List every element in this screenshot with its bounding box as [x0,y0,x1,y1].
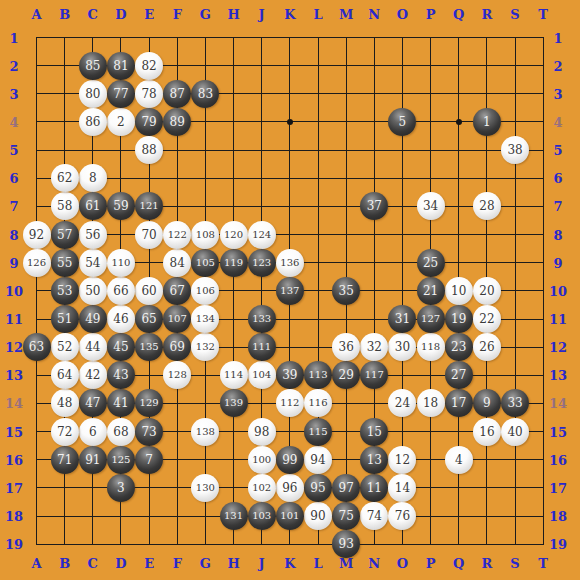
stone-117: 117 [360,361,388,389]
stone-74: 74 [360,502,388,530]
stone-1: 1 [473,108,501,136]
stone-113: 113 [304,361,332,389]
stone-58: 58 [51,192,79,220]
col-label-bottom: L [313,556,322,571]
col-label-top: K [284,7,295,22]
stone-number: 115 [308,427,327,437]
stone-41: 41 [107,389,135,417]
stone-122: 122 [163,221,191,249]
row-label-right: 3 [553,86,562,101]
row-label-right: 7 [553,199,562,214]
stone-126: 126 [23,249,51,277]
col-label-bottom: J [259,556,265,571]
stone-124: 124 [248,221,276,249]
row-label-right: 11 [549,312,567,327]
stone-number: 31 [395,313,410,325]
stone-number: 43 [113,369,128,381]
stone-number: 79 [141,116,156,128]
stone-number: 75 [339,510,354,522]
col-label-bottom: D [115,556,126,571]
stone-number: 72 [57,426,72,438]
col-label-top: P [426,7,436,22]
stone-61: 61 [79,192,107,220]
row-label-right: 16 [549,452,567,467]
stone-138: 138 [191,418,219,446]
stone-3: 3 [107,474,135,502]
stone-number: 57 [57,229,72,241]
stone-number: 53 [57,285,72,297]
stone-96: 96 [276,474,304,502]
row-label-left: 2 [9,58,18,73]
col-label-bottom: B [59,556,70,571]
stone-number: 128 [168,370,187,380]
stone-number: 8 [89,172,97,184]
stone-45: 45 [107,333,135,361]
stone-number: 117 [365,370,384,380]
stone-number: 91 [85,454,100,466]
row-label-right: 4 [553,114,562,129]
stone-132: 132 [191,333,219,361]
col-label-top: M [339,7,353,22]
stone-number: 104 [252,370,271,380]
row-label-right: 19 [549,537,567,552]
col-label-top: T [538,7,548,22]
stone-29: 29 [332,361,360,389]
stone-53: 53 [51,277,79,305]
stone-number: 126 [27,258,46,268]
row-label-right: 5 [553,143,562,158]
stone-number: 99 [282,454,297,466]
stone-number: 25 [423,257,438,269]
stone-number: 14 [395,482,410,494]
stone-number: 130 [196,483,215,493]
stone-127: 127 [417,305,445,333]
stone-number: 96 [282,482,297,494]
stone-number: 12 [395,454,410,466]
stone-number: 102 [252,483,271,493]
col-label-bottom: F [173,556,182,571]
stone-10: 10 [445,277,473,305]
stone-66: 66 [107,277,135,305]
stone-6: 6 [79,418,107,446]
stone-number: 22 [479,313,494,325]
col-label-top: A [31,7,41,22]
stone-65: 65 [135,305,163,333]
stone-number: 45 [113,341,128,353]
stone-number: 34 [423,200,438,212]
stone-number: 62 [57,172,72,184]
stone-number: 135 [140,342,159,352]
col-label-bottom: Q [453,556,464,571]
row-label-left: 3 [9,86,18,101]
stone-129: 129 [135,389,163,417]
row-label-right: 1 [553,30,562,45]
stone-number: 129 [140,398,159,408]
stone-68: 68 [107,418,135,446]
stone-number: 19 [451,313,466,325]
row-label-left: 7 [9,199,18,214]
row-label-right: 2 [553,58,562,73]
stone-77: 77 [107,80,135,108]
row-label-left: 12 [5,340,23,355]
stone-28: 28 [473,192,501,220]
stone-134: 134 [191,305,219,333]
stone-number: 139 [224,398,243,408]
col-label-top: L [313,7,322,22]
stone-number: 48 [57,397,72,409]
stone-4: 4 [445,446,473,474]
stone-76: 76 [388,502,416,530]
stone-62: 62 [51,164,79,192]
stone-43: 43 [107,361,135,389]
stone-number: 60 [141,285,156,297]
stone-number: 83 [198,88,213,100]
stone-number: 137 [280,286,299,296]
stone-number: 49 [85,313,100,325]
stone-116: 116 [304,389,332,417]
stone-70: 70 [135,221,163,249]
row-label-right: 17 [549,480,567,495]
stone-64: 64 [51,361,79,389]
col-label-top: G [200,7,211,22]
row-label-left: 4 [9,114,18,129]
stone-number: 127 [421,314,440,324]
stone-23: 23 [445,333,473,361]
row-label-left: 6 [9,171,18,186]
stone-number: 124 [252,230,271,240]
stone-139: 139 [220,389,248,417]
stone-number: 30 [395,341,410,353]
row-label-right: 15 [549,424,567,439]
stone-51: 51 [51,305,79,333]
stone-number: 17 [451,397,466,409]
stone-number: 32 [367,341,382,353]
stone-44: 44 [79,333,107,361]
stone-118: 118 [417,333,445,361]
stone-number: 13 [367,454,382,466]
stone-108: 108 [191,221,219,249]
row-label-right: 18 [549,509,567,524]
col-label-top: F [173,7,182,22]
col-label-bottom: G [200,556,211,571]
stone-20: 20 [473,277,501,305]
stone-number: 81 [113,60,128,72]
stone-number: 39 [282,369,297,381]
stone-number: 69 [170,341,185,353]
stone-number: 21 [423,285,438,297]
stone-121: 121 [135,192,163,220]
stone-56: 56 [79,221,107,249]
stone-7: 7 [135,446,163,474]
col-label-top: J [259,7,265,22]
stone-number: 4 [455,454,463,466]
stone-80: 80 [79,80,107,108]
stone-25: 25 [417,249,445,277]
stone-number: 125 [111,455,130,465]
stone-24: 24 [388,389,416,417]
stone-95: 95 [304,474,332,502]
stone-135: 135 [135,333,163,361]
stone-number: 106 [196,286,215,296]
row-label-left: 11 [5,312,23,327]
stone-number: 33 [507,397,522,409]
stone-99: 99 [276,446,304,474]
stone-18: 18 [417,389,445,417]
stone-71: 71 [51,446,79,474]
stone-91: 91 [79,446,107,474]
stone-32: 32 [360,333,388,361]
stone-13: 13 [360,446,388,474]
stone-number: 87 [170,88,185,100]
stone-30: 30 [388,333,416,361]
stone-14: 14 [388,474,416,502]
stone-number: 95 [310,482,325,494]
stone-107: 107 [163,305,191,333]
stone-85: 85 [79,52,107,80]
stone-33: 33 [501,389,529,417]
stone-number: 73 [141,426,156,438]
col-label-top: Q [453,7,464,22]
stone-number: 78 [141,88,156,100]
stone-94: 94 [304,446,332,474]
stone-46: 46 [107,305,135,333]
stone-number: 66 [113,285,128,297]
stone-number: 86 [85,116,100,128]
stone-number: 61 [85,200,100,212]
stone-34: 34 [417,192,445,220]
stone-87: 87 [163,80,191,108]
stone-2: 2 [107,108,135,136]
stone-60: 60 [135,277,163,305]
stone-104: 104 [248,361,276,389]
row-label-left: 19 [5,537,23,552]
stone-number: 88 [141,144,156,156]
stone-number: 40 [507,426,522,438]
stone-110: 110 [107,249,135,277]
stone-40: 40 [501,418,529,446]
stone-114: 114 [220,361,248,389]
col-label-top: E [144,7,154,22]
stone-number: 3 [117,482,125,494]
stone-38: 38 [501,136,529,164]
stone-number: 93 [339,538,354,550]
stone-82: 82 [135,52,163,80]
stone-55: 55 [51,249,79,277]
stone-number: 55 [57,257,72,269]
stone-48: 48 [51,389,79,417]
stone-number: 38 [507,144,522,156]
stone-number: 42 [85,369,100,381]
stone-5: 5 [388,108,416,136]
stone-39: 39 [276,361,304,389]
stone-number: 118 [421,342,440,352]
col-label-bottom: O [397,556,408,571]
stone-number: 7 [145,454,153,466]
stone-number: 63 [29,341,44,353]
stone-number: 9 [483,397,491,409]
row-label-right: 6 [553,171,562,186]
row-label-left: 5 [9,143,18,158]
col-label-top: O [397,7,408,22]
stone-number: 29 [339,369,354,381]
stone-number: 37 [367,200,382,212]
stone-number: 133 [252,314,271,324]
stone-105: 105 [191,249,219,277]
stone-92: 92 [23,221,51,249]
row-label-left: 15 [5,424,23,439]
stone-number: 92 [29,229,44,241]
col-label-top: B [59,7,70,22]
stone-number: 103 [252,511,271,521]
stone-number: 98 [254,426,269,438]
stone-19: 19 [445,305,473,333]
stone-17: 17 [445,389,473,417]
stone-11: 11 [360,474,388,502]
stone-128: 128 [163,361,191,389]
stone-number: 28 [479,200,494,212]
stone-86: 86 [79,108,107,136]
star-point [287,119,293,125]
stone-number: 1 [483,116,491,128]
stone-number: 59 [113,200,128,212]
col-label-top: C [88,7,98,22]
stone-37: 37 [360,192,388,220]
stone-79: 79 [135,108,163,136]
stone-number: 97 [339,482,354,494]
col-label-bottom: C [88,556,98,571]
stone-103: 103 [248,502,276,530]
col-label-bottom: R [481,556,492,571]
stone-number: 122 [168,230,187,240]
stone-number: 56 [85,229,100,241]
stone-35: 35 [332,277,360,305]
row-label-left: 18 [5,509,23,524]
stone-63: 63 [23,333,51,361]
stone-102: 102 [248,474,276,502]
stone-number: 76 [395,510,410,522]
stone-97: 97 [332,474,360,502]
stone-133: 133 [248,305,276,333]
stone-number: 16 [479,426,494,438]
col-label-bottom: E [144,556,154,571]
col-label-bottom: N [368,556,380,571]
stone-number: 23 [451,341,466,353]
stone-27: 27 [445,361,473,389]
stone-130: 130 [191,474,219,502]
stone-number: 5 [399,116,407,128]
row-label-left: 13 [5,368,23,383]
stone-number: 2 [117,116,125,128]
stone-number: 80 [85,88,100,100]
col-label-top: N [368,7,380,22]
stone-100: 100 [248,446,276,474]
row-label-left: 17 [5,480,23,495]
stone-number: 20 [479,285,494,297]
stone-number: 41 [113,397,128,409]
stone-number: 101 [280,511,299,521]
col-label-bottom: T [538,556,548,571]
stone-78: 78 [135,80,163,108]
stone-8: 8 [79,164,107,192]
stone-number: 46 [113,313,128,325]
stone-47: 47 [79,389,107,417]
stone-number: 90 [310,510,325,522]
stone-59: 59 [107,192,135,220]
stone-69: 69 [163,333,191,361]
row-label-right: 12 [549,340,567,355]
stone-number: 65 [141,313,156,325]
stone-42: 42 [79,361,107,389]
stone-number: 119 [224,258,243,268]
stone-9: 9 [473,389,501,417]
stone-115: 115 [304,418,332,446]
row-label-right: 14 [549,396,567,411]
stone-125: 125 [107,446,135,474]
stone-number: 24 [395,397,410,409]
stone-number: 116 [308,398,327,408]
stone-67: 67 [163,277,191,305]
kifu-diagram: AABBCCDDEEFFGGHHJJKKLLMMNNOOPPQQRRSSTT11… [0,0,580,580]
stone-number: 54 [85,257,100,269]
col-label-top: H [227,7,239,22]
stone-119: 119 [220,249,248,277]
col-label-bottom: H [227,556,239,571]
stone-number: 50 [85,285,100,297]
stone-73: 73 [135,418,163,446]
stone-12: 12 [388,446,416,474]
stone-number: 70 [141,229,156,241]
stone-number: 110 [111,258,130,268]
stone-number: 94 [310,454,325,466]
stone-131: 131 [220,502,248,530]
stone-number: 27 [451,369,466,381]
stone-number: 132 [196,342,215,352]
stone-137: 137 [276,277,304,305]
stone-number: 47 [85,397,100,409]
stone-number: 134 [196,314,215,324]
stone-number: 36 [339,341,354,353]
row-label-right: 10 [549,283,567,298]
stone-number: 89 [170,116,185,128]
row-label-left: 10 [5,283,23,298]
stone-54: 54 [79,249,107,277]
stone-number: 121 [140,201,159,211]
stone-number: 6 [89,426,97,438]
col-label-top: R [481,7,492,22]
stone-number: 136 [280,258,299,268]
col-label-bottom: A [31,556,41,571]
stone-number: 44 [85,341,100,353]
stone-15: 15 [360,418,388,446]
stone-83: 83 [191,80,219,108]
stone-number: 112 [280,398,299,408]
stone-21: 21 [417,277,445,305]
stone-90: 90 [304,502,332,530]
stone-75: 75 [332,502,360,530]
stone-number: 74 [367,510,382,522]
stone-number: 107 [168,314,187,324]
stone-52: 52 [51,333,79,361]
stone-31: 31 [388,305,416,333]
stone-number: 77 [113,88,128,100]
stone-88: 88 [135,136,163,164]
stone-number: 15 [367,426,382,438]
stone-number: 85 [85,60,100,72]
stone-number: 114 [224,370,243,380]
row-label-left: 8 [9,227,18,242]
stone-number: 68 [113,426,128,438]
row-label-left: 1 [9,30,18,45]
